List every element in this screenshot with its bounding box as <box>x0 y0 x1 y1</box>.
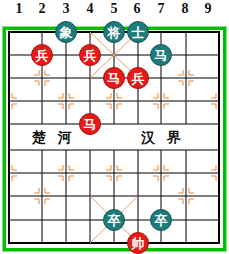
piece-red-soldier-c[interactable]: 兵 <box>127 67 149 89</box>
piece-black-soldier-b[interactable]: 卒 <box>150 209 172 231</box>
piece-black-general[interactable]: 将 <box>103 21 125 43</box>
piece-red-horse-b[interactable]: 马 <box>79 113 101 135</box>
piece-black-horse[interactable]: 马 <box>150 44 172 66</box>
piece-red-soldier-a[interactable]: 兵 <box>31 44 53 66</box>
piece-red-soldier-b[interactable]: 兵 <box>79 44 101 66</box>
piece-black-soldier-a[interactable]: 卒 <box>103 209 125 231</box>
piece-red-horse-a[interactable]: 马 <box>103 67 125 89</box>
piece-red-general[interactable]: 帅 <box>127 232 149 254</box>
xiangqi-app: 123456789 楚河 汉界 象将士兵兵马马兵马卒卒帅 <box>0 0 229 254</box>
pieces-layer: 象将士兵兵马马兵马卒卒帅 <box>0 0 229 254</box>
piece-black-advisor[interactable]: 士 <box>127 21 149 43</box>
piece-black-elephant[interactable]: 象 <box>55 21 77 43</box>
